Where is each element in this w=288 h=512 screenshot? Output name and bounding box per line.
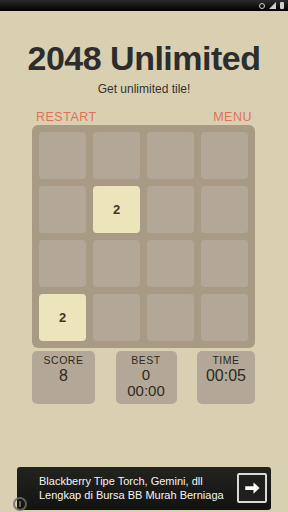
app-screen: 2048 Unlimited Get unlimited tile! RESTA… <box>0 0 288 512</box>
tile-2: 2 <box>93 186 140 233</box>
restart-button[interactable]: RESTART <box>36 110 97 124</box>
empty-cell <box>147 132 194 179</box>
scoreboard: SCORE 8 BEST 0 00:00 TIME 00:05 <box>32 351 255 404</box>
time-box: TIME 00:05 <box>197 351 255 404</box>
score-label: SCORE <box>32 354 95 367</box>
page-subtitle: Get unlimited tile! <box>0 82 288 96</box>
best-value: 0 <box>116 367 177 383</box>
empty-cell <box>201 132 248 179</box>
empty-cell <box>39 186 86 233</box>
status-bar <box>0 0 288 11</box>
empty-cell <box>147 240 194 287</box>
best-box: BEST 0 00:00 <box>116 351 177 404</box>
best-time: 00:00 <box>116 383 177 398</box>
score-value: 8 <box>32 367 95 385</box>
empty-cell <box>39 240 86 287</box>
empty-cell <box>201 240 248 287</box>
empty-cell <box>93 294 140 341</box>
empty-cell <box>201 294 248 341</box>
toolbar: RESTART MENU <box>36 110 252 124</box>
empty-cell <box>39 132 86 179</box>
ad-line2: Lengkap di Bursa BB Murah Berniaga <box>39 489 224 503</box>
empty-cell <box>201 186 248 233</box>
empty-cell <box>147 186 194 233</box>
alarm-icon <box>259 3 265 9</box>
ad-banner[interactable]: Blackberry Tipe Torch, Gemini, dll Lengk… <box>17 467 271 510</box>
ad-text: Blackberry Tipe Torch, Gemini, dll Lengk… <box>39 475 224 502</box>
time-label: TIME <box>197 354 255 367</box>
empty-cell <box>93 240 140 287</box>
time-value: 00:05 <box>197 367 255 385</box>
score-box: SCORE 8 <box>32 351 95 404</box>
right-arrow-button[interactable] <box>237 473 267 503</box>
empty-cell <box>93 132 140 179</box>
battery-icon <box>280 2 284 9</box>
ad-line1: Blackberry Tipe Torch, Gemini, dll <box>39 475 224 489</box>
right-arrow-icon <box>243 479 261 497</box>
page-title: 2048 Unlimited <box>0 38 288 78</box>
tile-2: 2 <box>39 294 86 341</box>
board[interactable]: 22 <box>32 125 255 348</box>
signal-bars-icon <box>269 2 276 9</box>
info-circle-icon[interactable] <box>13 497 27 511</box>
empty-cell <box>147 294 194 341</box>
menu-button[interactable]: MENU <box>213 110 252 124</box>
